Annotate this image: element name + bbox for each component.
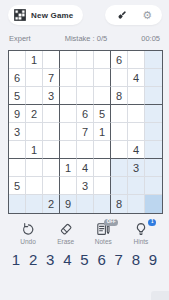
cell-r2c4[interactable]	[60, 69, 77, 87]
cell-r8c4[interactable]	[60, 177, 77, 195]
header-actions: ⚙	[105, 5, 162, 25]
cell-r1c8[interactable]	[128, 51, 145, 69]
cell-r3c3[interactable]: 3	[43, 87, 60, 105]
cell-r4c8[interactable]	[128, 105, 145, 123]
cell-r6c8[interactable]: 4	[128, 141, 145, 159]
numpad-7[interactable]: 7	[112, 251, 126, 268]
cell-r9c3[interactable]: 2	[43, 195, 60, 213]
cell-r9c6[interactable]	[94, 195, 111, 213]
numpad-5[interactable]: 5	[78, 251, 92, 268]
cell-r6c4[interactable]	[60, 141, 77, 159]
cell-r1c9[interactable]	[145, 51, 162, 69]
hints-button[interactable]: 1 Hints	[126, 221, 156, 245]
cell-r6c6[interactable]	[94, 141, 111, 159]
cell-r5c9[interactable]	[145, 123, 162, 141]
cell-r2c7[interactable]	[111, 69, 128, 87]
cell-r7c6[interactable]	[94, 159, 111, 177]
cell-r9c9[interactable]	[145, 195, 162, 213]
cell-r4c3[interactable]	[43, 105, 60, 123]
cell-r2c6[interactable]	[94, 69, 111, 87]
numpad-3[interactable]: 3	[43, 251, 57, 268]
cell-r9c1[interactable]	[9, 195, 26, 213]
cell-r2c5[interactable]	[77, 69, 94, 87]
cell-r6c1[interactable]	[9, 141, 26, 159]
cell-r7c8[interactable]: 3	[128, 159, 145, 177]
cell-r4c5[interactable]: 6	[77, 105, 94, 123]
cell-r4c2[interactable]: 2	[26, 105, 43, 123]
numpad-4[interactable]: 4	[60, 251, 74, 268]
numpad-1[interactable]: 1	[9, 251, 23, 268]
cell-r7c3[interactable]	[43, 159, 60, 177]
cell-r3c9[interactable]	[145, 87, 162, 105]
sudoku-grid-icon	[14, 9, 26, 21]
cell-r8c6[interactable]	[94, 177, 111, 195]
notes-off-badge: OFF	[104, 219, 118, 226]
status-row: Expert Mistake : 0/5 00:05	[9, 34, 160, 43]
cell-r4c7[interactable]	[111, 105, 128, 123]
cell-r4c4[interactable]	[60, 105, 77, 123]
erase-button[interactable]: Erase	[51, 221, 81, 245]
undo-button[interactable]: Undo	[13, 221, 43, 245]
cell-r8c3[interactable]	[43, 177, 60, 195]
cell-r7c5[interactable]: 4	[77, 159, 94, 177]
cell-r7c4[interactable]: 1	[60, 159, 77, 177]
eraser-icon	[58, 221, 74, 237]
erase-label: Erase	[57, 238, 74, 245]
numpad: 1 2 3 4 5 6 7 8 9	[9, 251, 160, 268]
cell-r2c9[interactable]	[145, 69, 162, 87]
cell-r6c5[interactable]	[77, 141, 94, 159]
cell-r1c2[interactable]: 1	[26, 51, 43, 69]
cell-r9c7[interactable]: 8	[111, 195, 128, 213]
cell-r3c8[interactable]	[128, 87, 145, 105]
cell-r9c5[interactable]	[77, 195, 94, 213]
undo-icon	[20, 221, 36, 237]
cell-r7c2[interactable]	[26, 159, 43, 177]
cell-r8c8[interactable]	[128, 177, 145, 195]
cell-r2c2[interactable]	[26, 69, 43, 87]
undo-label: Undo	[20, 238, 36, 245]
cell-r8c1[interactable]: 5	[9, 177, 26, 195]
cell-r6c9[interactable]	[145, 141, 162, 159]
new-game-button[interactable]: New Game	[8, 5, 83, 25]
sudoku-board: 1667453892653711414353298	[8, 50, 163, 214]
cell-r7c9[interactable]	[145, 159, 162, 177]
ad-placeholder-corner	[151, 291, 169, 300]
numpad-6[interactable]: 6	[95, 251, 109, 268]
cell-r6c7[interactable]	[111, 141, 128, 159]
cell-r5c8[interactable]	[128, 123, 145, 141]
cell-r6c3[interactable]	[43, 141, 60, 159]
hint-bulb-icon: 1	[133, 221, 149, 237]
cell-r4c9[interactable]	[145, 105, 162, 123]
cell-r5c2[interactable]	[26, 123, 43, 141]
notes-icon: OFF	[95, 221, 111, 237]
hint-count-badge: 1	[148, 219, 156, 226]
cell-r7c1[interactable]	[9, 159, 26, 177]
difficulty-label: Expert	[9, 34, 31, 43]
cell-r1c5[interactable]	[77, 51, 94, 69]
cell-r3c4[interactable]	[60, 87, 77, 105]
numpad-8[interactable]: 8	[129, 251, 143, 268]
cell-r9c8[interactable]	[128, 195, 145, 213]
cell-r3c6[interactable]	[94, 87, 111, 105]
numpad-9[interactable]: 9	[146, 251, 160, 268]
timer: 00:05	[141, 34, 160, 43]
cell-r5c4[interactable]	[60, 123, 77, 141]
cell-r1c7[interactable]: 6	[111, 51, 128, 69]
cell-r3c1[interactable]: 5	[9, 87, 26, 105]
hints-label: Hints	[134, 238, 149, 245]
numpad-2[interactable]: 2	[26, 251, 40, 268]
notes-label: Notes	[95, 238, 112, 245]
cell-r8c2[interactable]	[26, 177, 43, 195]
cell-r9c4[interactable]: 9	[60, 195, 77, 213]
cell-r4c1[interactable]: 9	[9, 105, 26, 123]
cell-r2c3[interactable]: 7	[43, 69, 60, 87]
cell-r8c5[interactable]: 3	[77, 177, 94, 195]
cell-r8c9[interactable]	[145, 177, 162, 195]
cell-r7c7[interactable]	[111, 159, 128, 177]
cell-r1c4[interactable]	[60, 51, 77, 69]
cell-r1c6[interactable]	[94, 51, 111, 69]
brush-icon[interactable]	[115, 9, 128, 22]
cell-r5c7[interactable]	[111, 123, 128, 141]
notes-button[interactable]: OFF Notes	[88, 221, 118, 245]
cell-r2c8[interactable]: 4	[128, 69, 145, 87]
new-game-label: New Game	[31, 11, 74, 20]
cell-r5c1[interactable]: 3	[9, 123, 26, 141]
cell-r1c1[interactable]	[9, 51, 26, 69]
cell-r9c2[interactable]	[26, 195, 43, 213]
cell-r3c7[interactable]: 8	[111, 87, 128, 105]
cell-r6c2[interactable]: 1	[26, 141, 43, 159]
cell-r5c5[interactable]: 7	[77, 123, 94, 141]
toolbar: Undo Erase OFF Notes	[0, 221, 169, 245]
cell-r1c3[interactable]	[43, 51, 60, 69]
cell-r5c6[interactable]: 1	[94, 123, 111, 141]
cell-r8c7[interactable]	[111, 177, 128, 195]
cell-r3c5[interactable]	[77, 87, 94, 105]
settings-gear-icon[interactable]: ⚙	[142, 10, 152, 21]
cell-r5c3[interactable]	[43, 123, 60, 141]
cell-r3c2[interactable]	[26, 87, 43, 105]
mistake-counter: Mistake : 0/5	[65, 34, 108, 43]
header: New Game ⚙	[8, 5, 162, 25]
cell-r4c6[interactable]: 5	[94, 105, 111, 123]
cell-r2c1[interactable]: 6	[9, 69, 26, 87]
